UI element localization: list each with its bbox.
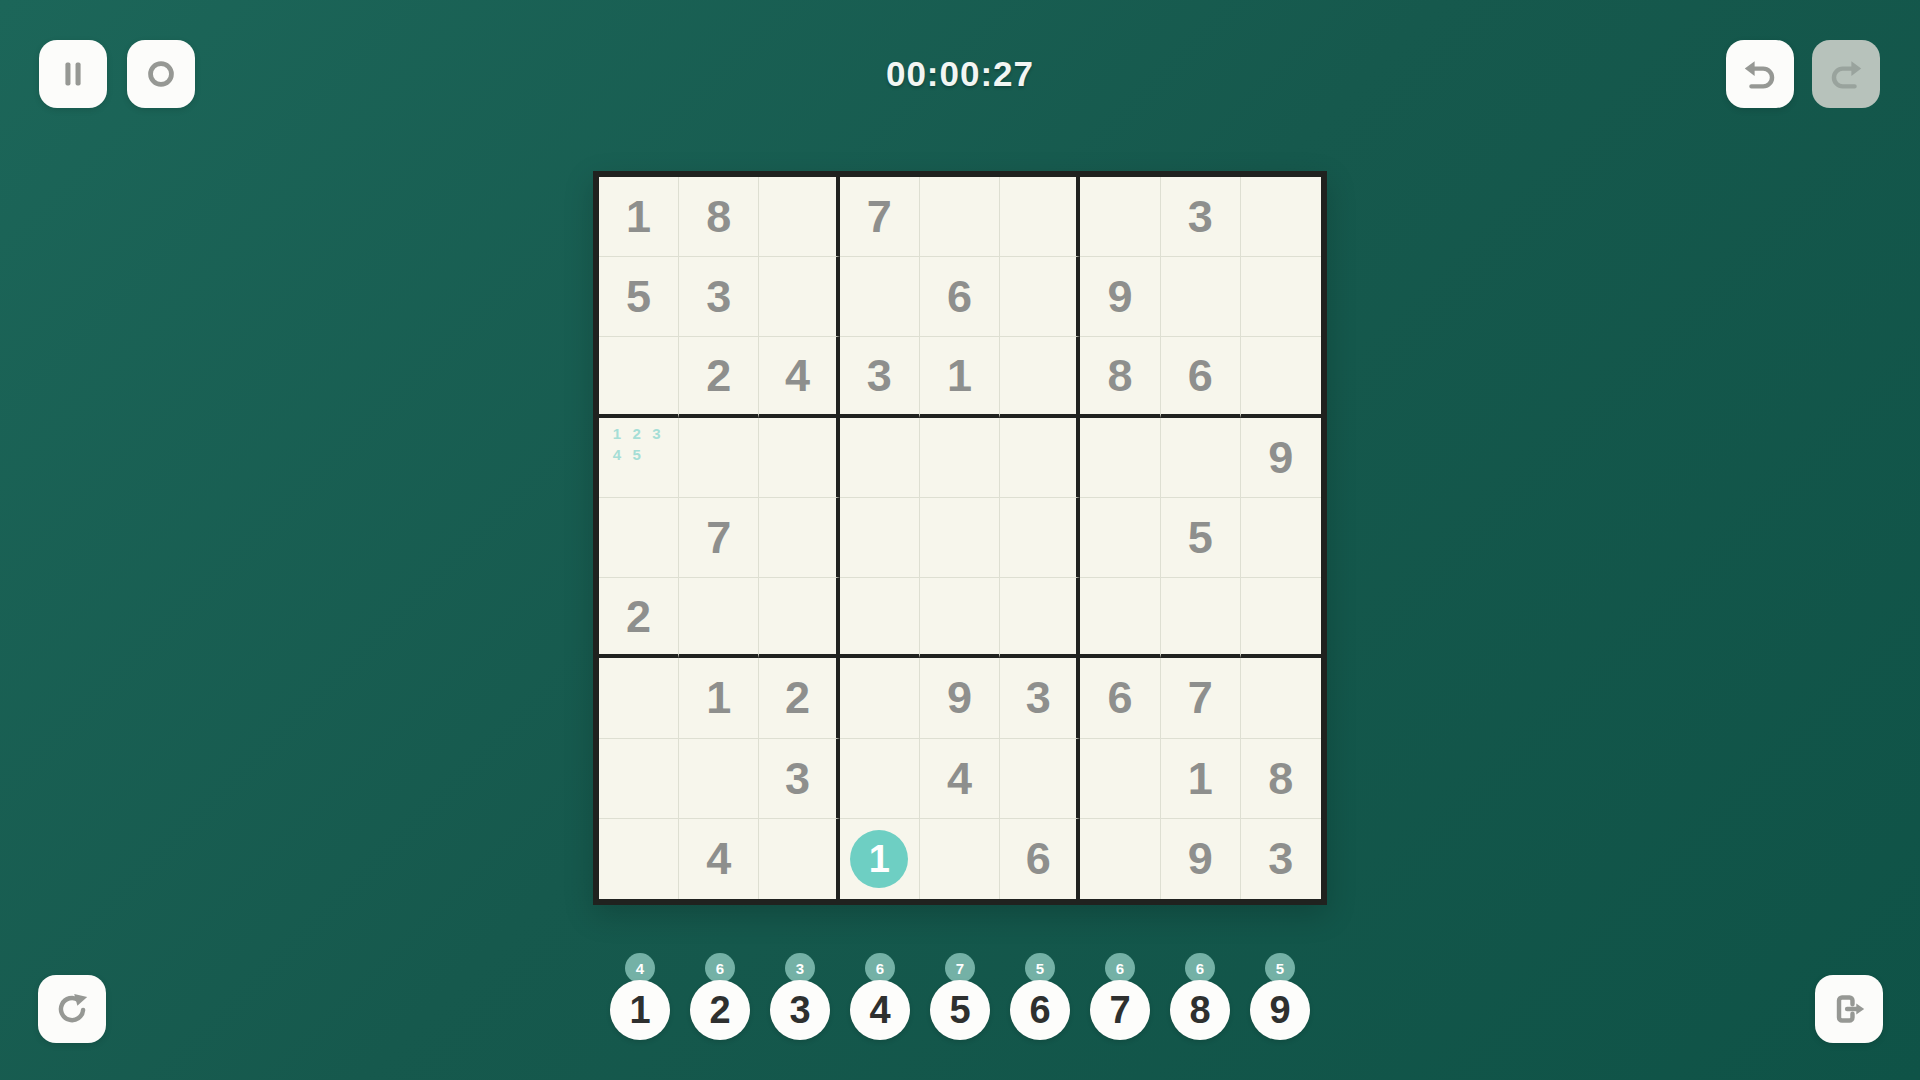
cell-r1c7[interactable] [1080, 177, 1160, 257]
cell-r1c9[interactable] [1241, 177, 1321, 257]
cell-r5c4[interactable] [840, 498, 920, 578]
cell-r5c5[interactable] [920, 498, 1000, 578]
numpad-4-button[interactable]: 4 [850, 980, 910, 1040]
numpad-1-button[interactable]: 1 [610, 980, 670, 1040]
given-digit: 2 [706, 353, 731, 398]
cell-r6c9[interactable] [1241, 578, 1321, 658]
given-digit: 3 [1268, 836, 1293, 881]
cell-r2c5[interactable]: 6 [920, 257, 1000, 337]
given-digit: 1 [947, 353, 972, 398]
given-digit: 7 [1188, 675, 1213, 720]
cell-r3c1[interactable] [599, 337, 679, 417]
cell-r9c5[interactable] [920, 819, 1000, 899]
numpad-8-count-badge: 6 [1185, 953, 1215, 983]
cell-r6c2[interactable] [679, 578, 759, 658]
numpad-3-count-badge: 3 [785, 953, 815, 983]
cell-r7c6[interactable]: 3 [1000, 658, 1080, 738]
cell-r2c1[interactable]: 5 [599, 257, 679, 337]
numpad-7-button[interactable]: 7 [1090, 980, 1150, 1040]
numpad-2-count-badge: 6 [705, 953, 735, 983]
cell-r1c3[interactable] [759, 177, 839, 257]
cell-r3c8[interactable]: 6 [1161, 337, 1241, 417]
cell-r1c1[interactable]: 1 [599, 177, 679, 257]
circle-icon [142, 55, 180, 93]
numpad-7-count-badge: 6 [1105, 953, 1135, 983]
numpad-8: 68 [1170, 980, 1230, 1040]
redo-arrow-icon [1827, 55, 1865, 93]
given-digit: 9 [1107, 274, 1132, 319]
cell-r4c2[interactable] [679, 418, 759, 498]
given-digit: 1 [1188, 756, 1213, 801]
cell-r8c4[interactable] [840, 739, 920, 819]
given-digit: 3 [1188, 194, 1213, 239]
cell-r7c7[interactable]: 6 [1080, 658, 1160, 738]
cell-r5c6[interactable] [1000, 498, 1080, 578]
numpad-5-count-badge: 7 [945, 953, 975, 983]
cell-r8c3[interactable]: 3 [759, 739, 839, 819]
exit-icon [1830, 990, 1868, 1028]
cell-r9c6[interactable]: 6 [1000, 819, 1080, 899]
numpad-6: 56 [1010, 980, 1070, 1040]
numpad-7: 67 [1090, 980, 1150, 1040]
pause-icon [54, 55, 92, 93]
cell-r2c6[interactable] [1000, 257, 1080, 337]
cell-r4c1[interactable]: 12345 [599, 418, 679, 498]
cell-r6c3[interactable] [759, 578, 839, 658]
cell-r6c1[interactable]: 2 [599, 578, 679, 658]
redo-button[interactable] [1812, 40, 1880, 108]
sudoku-board: 18735369243186123459752129367341841693 [593, 171, 1327, 905]
numpad-6-button[interactable]: 6 [1010, 980, 1070, 1040]
cell-r3c7[interactable]: 8 [1080, 337, 1160, 417]
given-digit: 1 [706, 675, 731, 720]
restart-button[interactable] [38, 975, 106, 1043]
cell-r6c6[interactable] [1000, 578, 1080, 658]
cell-r8c9[interactable]: 8 [1241, 739, 1321, 819]
given-digit: 3 [785, 756, 810, 801]
given-digit: 4 [706, 836, 731, 881]
cell-r2c2[interactable]: 3 [679, 257, 759, 337]
given-digit: 4 [947, 756, 972, 801]
cell-r3c4[interactable]: 3 [840, 337, 920, 417]
cell-r7c4[interactable] [840, 658, 920, 738]
given-digit: 9 [1268, 435, 1293, 480]
cell-r8c7[interactable] [1080, 739, 1160, 819]
numpad-9-button[interactable]: 9 [1250, 980, 1310, 1040]
cell-r5c2[interactable]: 7 [679, 498, 759, 578]
given-digit: 6 [947, 274, 972, 319]
cell-r1c2[interactable]: 8 [679, 177, 759, 257]
given-digit: 3 [867, 353, 892, 398]
numpad-1: 41 [610, 980, 670, 1040]
numpad-8-button[interactable]: 8 [1170, 980, 1230, 1040]
given-digit: 7 [706, 515, 731, 560]
undo-arrow-icon [1741, 55, 1779, 93]
cell-r6c7[interactable] [1080, 578, 1160, 658]
cell-r1c5[interactable] [920, 177, 1000, 257]
cell-r3c6[interactable] [1000, 337, 1080, 417]
cell-r6c4[interactable] [840, 578, 920, 658]
user-digit: 1 [850, 830, 908, 888]
given-digit: 1 [626, 194, 651, 239]
numpad-1-count-badge: 4 [625, 953, 655, 983]
given-digit: 3 [706, 274, 731, 319]
cell-r4c6[interactable] [1000, 418, 1080, 498]
numpad-6-count-badge: 5 [1025, 953, 1055, 983]
cell-r3c9[interactable] [1241, 337, 1321, 417]
pause-button[interactable] [39, 40, 107, 108]
given-digit: 9 [947, 675, 972, 720]
given-digit: 8 [706, 194, 731, 239]
cell-r9c4[interactable]: 1 [840, 819, 920, 899]
cell-r8c1[interactable] [599, 739, 679, 819]
cell-r4c4[interactable] [840, 418, 920, 498]
numpad-2-button[interactable]: 2 [690, 980, 750, 1040]
cell-r4c5[interactable] [920, 418, 1000, 498]
numpad-9: 59 [1250, 980, 1310, 1040]
numpad-3-button[interactable]: 3 [770, 980, 830, 1040]
cell-r2c7[interactable]: 9 [1080, 257, 1160, 337]
given-digit: 5 [626, 274, 651, 319]
cell-r1c4[interactable]: 7 [840, 177, 920, 257]
numpad-5: 75 [930, 980, 990, 1040]
cell-r9c9[interactable]: 3 [1241, 819, 1321, 899]
cell-r5c9[interactable] [1241, 498, 1321, 578]
cell-r4c8[interactable] [1161, 418, 1241, 498]
restart-icon [53, 990, 91, 1028]
given-digit: 8 [1107, 353, 1132, 398]
cell-r4c9[interactable]: 9 [1241, 418, 1321, 498]
cell-r9c2[interactable]: 4 [679, 819, 759, 899]
cell-r9c8[interactable]: 9 [1161, 819, 1241, 899]
cell-r7c2[interactable]: 1 [679, 658, 759, 738]
cell-r4c3[interactable] [759, 418, 839, 498]
cell-r4c7[interactable] [1080, 418, 1160, 498]
cell-r7c1[interactable] [599, 658, 679, 738]
cell-r5c3[interactable] [759, 498, 839, 578]
cell-r5c8[interactable]: 5 [1161, 498, 1241, 578]
cell-r2c8[interactable] [1161, 257, 1241, 337]
cell-r8c6[interactable] [1000, 739, 1080, 819]
cell-r1c6[interactable] [1000, 177, 1080, 257]
cell-r7c8[interactable]: 7 [1161, 658, 1241, 738]
cell-r3c5[interactable]: 1 [920, 337, 1000, 417]
given-digit: 5 [1188, 515, 1213, 560]
numpad-3: 33 [770, 980, 830, 1040]
cell-r9c7[interactable] [1080, 819, 1160, 899]
given-digit: 6 [1026, 836, 1051, 881]
cell-r2c9[interactable] [1241, 257, 1321, 337]
cell-r5c1[interactable] [599, 498, 679, 578]
cell-r2c4[interactable] [840, 257, 920, 337]
cell-r2c3[interactable] [759, 257, 839, 337]
given-digit: 6 [1107, 675, 1132, 720]
cell-r7c5[interactable]: 9 [920, 658, 1000, 738]
cell-r1c8[interactable]: 3 [1161, 177, 1241, 257]
numpad-5-button[interactable]: 5 [930, 980, 990, 1040]
timer-text: 00:00:27 [0, 54, 1920, 94]
cell-r6c5[interactable] [920, 578, 1000, 658]
cell-r9c3[interactable] [759, 819, 839, 899]
given-digit: 4 [785, 353, 810, 398]
numpad-4-count-badge: 6 [865, 953, 895, 983]
cell-r7c3[interactable]: 2 [759, 658, 839, 738]
numpad-4: 64 [850, 980, 910, 1040]
given-digit: 9 [1188, 836, 1213, 881]
pencil-marks: 12345 [599, 418, 678, 497]
exit-button[interactable] [1815, 975, 1883, 1043]
undo-button[interactable] [1726, 40, 1794, 108]
given-digit: 7 [867, 194, 892, 239]
cell-r3c3[interactable]: 4 [759, 337, 839, 417]
numpad-9-count-badge: 5 [1265, 953, 1295, 983]
given-digit: 2 [626, 594, 651, 639]
cell-r5c7[interactable] [1080, 498, 1160, 578]
given-digit: 8 [1268, 756, 1293, 801]
numpad-2: 62 [690, 980, 750, 1040]
given-digit: 3 [1026, 675, 1051, 720]
cell-r3c2[interactable]: 2 [679, 337, 759, 417]
cell-r6c8[interactable] [1161, 578, 1241, 658]
circle-button[interactable] [127, 40, 195, 108]
cell-r8c5[interactable]: 4 [920, 739, 1000, 819]
cell-r7c9[interactable] [1241, 658, 1321, 738]
given-digit: 2 [785, 675, 810, 720]
cell-r8c8[interactable]: 1 [1161, 739, 1241, 819]
cell-r9c1[interactable] [599, 819, 679, 899]
number-pad: 416233647556676859 [610, 980, 1310, 1040]
cell-r8c2[interactable] [679, 739, 759, 819]
given-digit: 6 [1188, 353, 1213, 398]
